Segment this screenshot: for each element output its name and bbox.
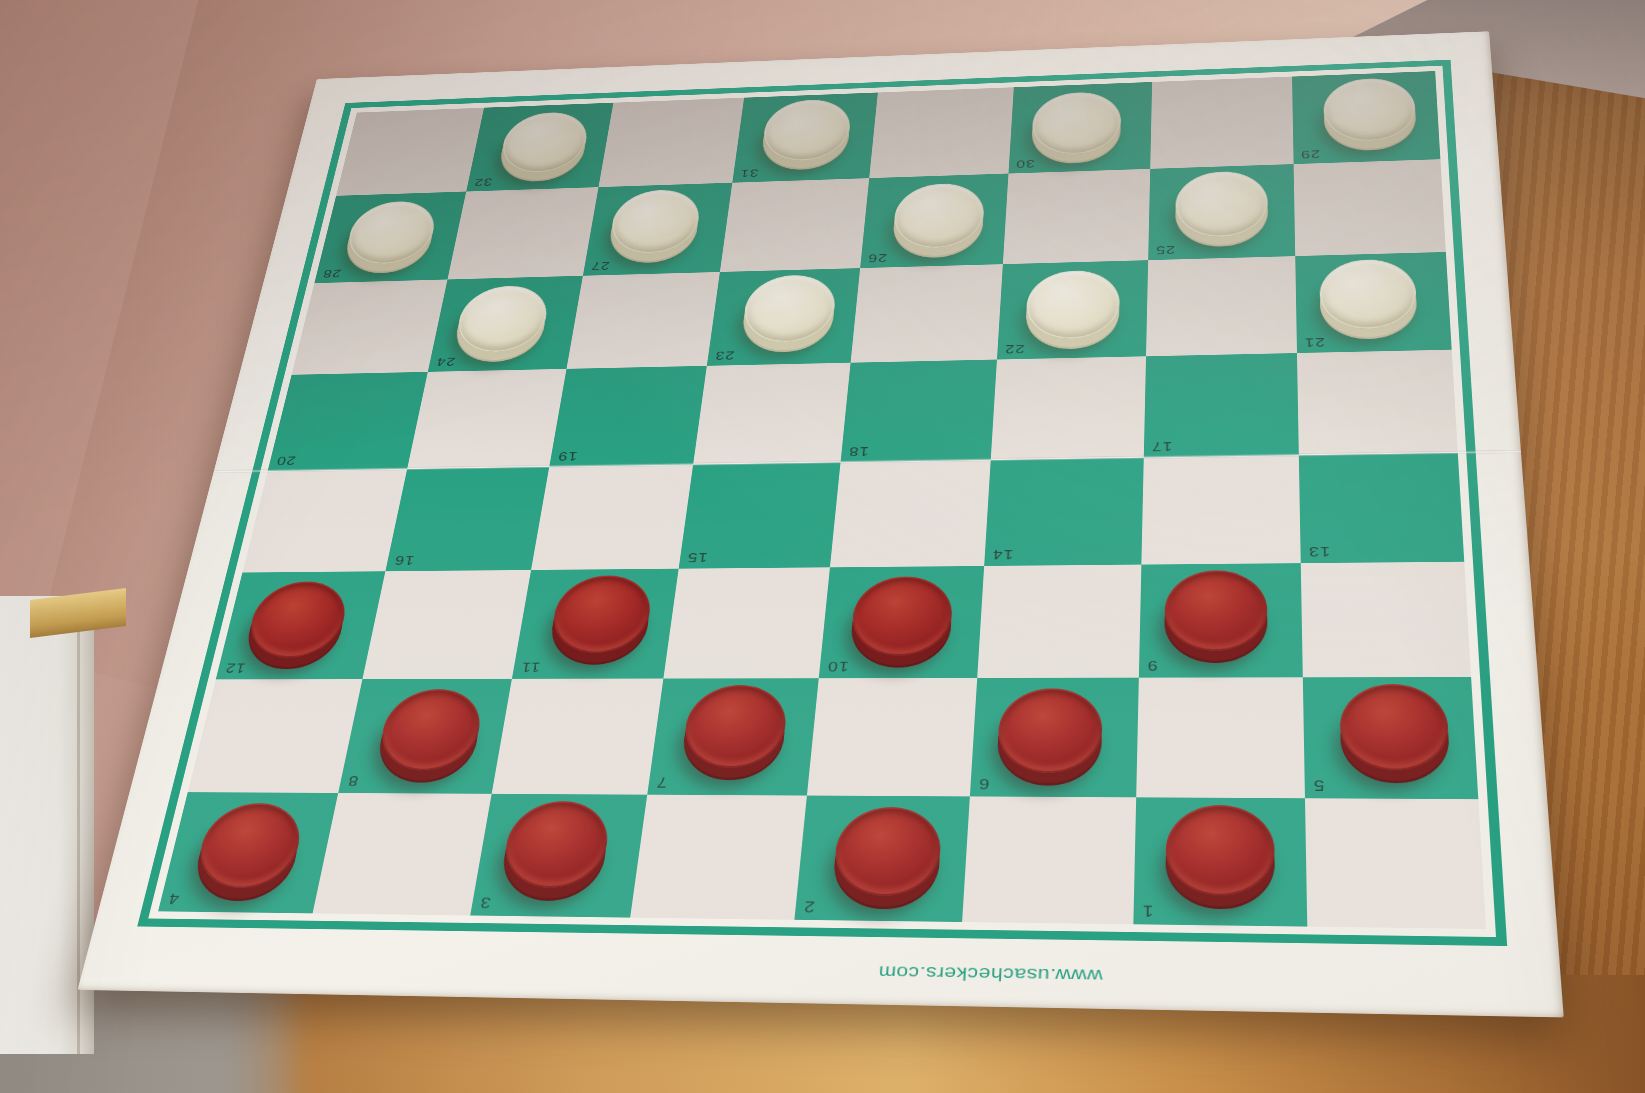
red-piece-on-2[interactable] — [832, 807, 943, 896]
square-light — [407, 369, 566, 469]
square-21[interactable]: 21 — [1295, 252, 1451, 353]
square-number: 31 — [739, 166, 759, 179]
white-piece-on-21[interactable] — [1319, 258, 1418, 329]
square-number: 27 — [589, 259, 610, 273]
square-31[interactable]: 31 — [733, 93, 878, 183]
white-piece-on-31[interactable] — [760, 98, 853, 161]
square-number: 32 — [473, 176, 493, 189]
square-number: 3 — [478, 893, 492, 911]
red-piece-on-12[interactable] — [243, 581, 352, 658]
square-light — [312, 793, 491, 916]
white-piece-on-23[interactable] — [740, 274, 837, 343]
square-number: 9 — [1146, 657, 1157, 674]
square-13[interactable]: 13 — [1299, 453, 1464, 563]
square-number: 7 — [655, 774, 668, 791]
white-piece-on-25[interactable] — [1175, 170, 1268, 238]
square-12[interactable]: 12 — [216, 571, 385, 679]
square-4[interactable]: 4 — [158, 792, 338, 913]
square-32[interactable]: 32 — [466, 103, 613, 192]
square-light — [1294, 159, 1446, 256]
square-light — [566, 272, 720, 369]
square-light — [1003, 169, 1150, 264]
square-number: 24 — [435, 355, 456, 369]
square-number: 17 — [1151, 439, 1172, 454]
white-piece-on-24[interactable] — [453, 285, 552, 353]
square-number: 25 — [1155, 243, 1175, 257]
square-light — [1301, 562, 1471, 678]
square-3[interactable]: 3 — [470, 794, 648, 918]
square-number: 8 — [346, 772, 360, 789]
square-number: 16 — [393, 552, 416, 567]
board-url-text: www.usacheckers.com — [877, 962, 1103, 987]
square-16[interactable]: 16 — [385, 467, 549, 571]
square-number: 23 — [714, 348, 735, 362]
square-light — [830, 460, 991, 567]
square-15[interactable]: 15 — [679, 462, 841, 568]
square-18[interactable]: 18 — [841, 360, 997, 463]
square-14[interactable]: 14 — [984, 458, 1143, 566]
board-card: 3231302928272625242322212019181716151413… — [78, 31, 1564, 1017]
square-light — [531, 465, 694, 570]
square-number: 2 — [803, 897, 816, 916]
red-piece-on-10[interactable] — [850, 576, 955, 656]
white-piece-on-27[interactable] — [607, 189, 703, 255]
square-25[interactable]: 25 — [1148, 164, 1296, 260]
square-7[interactable]: 7 — [647, 678, 818, 795]
square-light — [491, 679, 663, 795]
square-9[interactable]: 9 — [1138, 563, 1303, 677]
square-17[interactable]: 17 — [1143, 353, 1299, 458]
white-piece-on-32[interactable] — [497, 111, 591, 174]
checkers-board: 3231302928272625242322212019181716151413… — [78, 31, 1564, 1017]
square-light — [1305, 798, 1486, 929]
red-piece-on-3[interactable] — [499, 801, 613, 888]
red-piece-on-6[interactable] — [996, 688, 1103, 773]
square-light — [630, 795, 807, 920]
square-number: 5 — [1313, 776, 1325, 794]
square-light — [447, 187, 598, 279]
square-number: 21 — [1304, 335, 1325, 350]
square-number: 11 — [519, 659, 541, 675]
square-6[interactable]: 6 — [970, 678, 1139, 798]
red-piece-on-8[interactable] — [375, 689, 486, 770]
square-light — [851, 264, 1003, 363]
square-number: 6 — [978, 775, 990, 793]
square-number: 30 — [1015, 157, 1035, 170]
square-light — [1297, 350, 1458, 456]
square-light — [598, 98, 744, 187]
square-number: 14 — [991, 546, 1013, 562]
square-light — [807, 678, 977, 796]
square-19[interactable]: 19 — [549, 366, 707, 467]
square-light — [693, 363, 850, 465]
square-number: 26 — [867, 251, 887, 265]
white-piece-on-26[interactable] — [892, 182, 986, 249]
square-number: 22 — [1004, 342, 1025, 357]
red-piece-on-9[interactable] — [1164, 570, 1267, 651]
square-number: 18 — [848, 444, 870, 459]
square-light — [869, 87, 1013, 178]
square-light — [188, 679, 362, 793]
square-number: 12 — [223, 660, 247, 676]
square-light — [336, 108, 484, 196]
square-29[interactable]: 29 — [1292, 71, 1440, 164]
square-24[interactable]: 24 — [428, 276, 583, 372]
board-grid: 3231302928272625242322212019181716151413… — [158, 71, 1486, 929]
square-light — [962, 796, 1136, 924]
square-light — [977, 565, 1141, 678]
square-light — [664, 567, 830, 678]
red-piece-on-7[interactable] — [680, 685, 789, 768]
square-light — [362, 570, 530, 679]
square-light — [242, 469, 407, 573]
square-light — [1141, 455, 1301, 564]
square-light — [1146, 256, 1298, 356]
square-light — [1150, 77, 1294, 169]
square-number: 10 — [826, 658, 849, 674]
board-frame-line: 3231302928272625242322212019181716151413… — [137, 60, 1507, 946]
square-number: 29 — [1300, 147, 1320, 161]
red-piece-on-1[interactable] — [1165, 805, 1275, 896]
square-number: 19 — [556, 449, 578, 464]
square-11[interactable]: 11 — [511, 569, 678, 679]
square-1[interactable]: 1 — [1133, 797, 1308, 926]
square-number: 1 — [1141, 901, 1153, 920]
red-piece-on-11[interactable] — [548, 575, 655, 653]
square-26[interactable]: 26 — [860, 174, 1008, 269]
white-piece-on-28[interactable] — [343, 200, 440, 265]
white-piece-on-22[interactable] — [1025, 270, 1121, 340]
square-light — [720, 178, 869, 272]
square-5[interactable]: 5 — [1303, 677, 1478, 799]
square-light — [292, 279, 448, 374]
square-light — [1136, 677, 1306, 798]
red-piece-on-5[interactable] — [1339, 684, 1450, 770]
square-light — [991, 356, 1146, 460]
photo-scene: 3231302928272625242322212019181716151413… — [0, 0, 1645, 1093]
square-number: 20 — [275, 453, 297, 468]
square-22[interactable]: 22 — [997, 260, 1148, 359]
square-30[interactable]: 30 — [1008, 82, 1151, 174]
square-number: 15 — [686, 549, 708, 565]
white-piece-on-29[interactable] — [1323, 77, 1417, 142]
square-27[interactable]: 27 — [583, 183, 733, 276]
white-piece-on-30[interactable] — [1031, 91, 1122, 156]
square-2[interactable]: 2 — [794, 796, 969, 922]
square-number: 28 — [321, 267, 342, 280]
square-28[interactable]: 28 — [314, 192, 466, 284]
square-10[interactable]: 10 — [819, 566, 984, 678]
square-number: 4 — [166, 890, 181, 908]
square-number: 13 — [1308, 543, 1330, 559]
square-23[interactable]: 23 — [707, 268, 860, 366]
square-8[interactable]: 8 — [338, 679, 511, 794]
square-20[interactable]: 20 — [268, 372, 428, 471]
red-piece-on-4[interactable] — [192, 803, 308, 889]
